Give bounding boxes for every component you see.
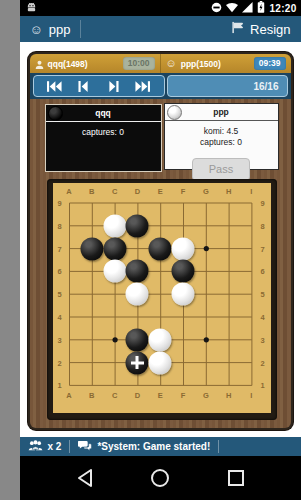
board-coordinate-label: F — [181, 391, 186, 400]
stone-D3[interactable] — [126, 328, 149, 351]
stone-E7[interactable] — [149, 237, 172, 260]
game-tab[interactable]: ☺ ppp — [20, 16, 81, 42]
move-counter: 16/16 — [253, 81, 278, 92]
stone-D8[interactable] — [126, 214, 149, 237]
board-coordinate-label: A — [66, 187, 71, 196]
pass-button[interactable]: Pass — [192, 158, 250, 181]
white-stone-icon — [167, 105, 182, 120]
wifi-icon — [226, 0, 238, 17]
white-captures: captures: 0 — [165, 137, 278, 148]
board-coordinate-label: 1 — [57, 381, 61, 390]
board-coordinate-label: C — [112, 391, 117, 400]
first-move-button[interactable] — [43, 76, 65, 96]
person-icon — [35, 55, 44, 73]
phone-screen: 12:20 ☺ ppp Resign qqq(1498) 10:00 — [20, 0, 301, 500]
board-coordinate-label: I — [250, 391, 252, 400]
game-board-frame: qqq(1498) 10:00 ☺ ppp(1500) 09:39 — [28, 52, 293, 430]
board-coordinate-label: 4 — [260, 313, 264, 322]
board-coordinate-label: D — [135, 391, 140, 400]
white-komi: komi: 4.5 — [165, 126, 278, 137]
board-coordinate-label: 5 — [57, 290, 61, 299]
spectators-button[interactable]: x 2 — [20, 437, 70, 456]
go-board[interactable]: AABBCCDDEEFFGGHHII998877665544332211 — [53, 183, 271, 413]
game-tab-label: ppp — [49, 22, 71, 37]
board-coordinate-label: H — [226, 391, 231, 400]
android-robot-icon — [26, 2, 37, 13]
stone-E3[interactable] — [149, 328, 172, 351]
next-move-button[interactable] — [102, 76, 124, 96]
flag-icon — [231, 20, 244, 38]
board-coordinate-label: B — [89, 187, 94, 196]
black-player-clock: 10:00 — [123, 57, 155, 70]
board-coordinate-label: 7 — [57, 244, 61, 253]
board-coordinate-label: 7 — [260, 244, 264, 253]
app-bar-divider — [80, 20, 81, 38]
android-status-bar: 12:20 — [20, 0, 301, 16]
board-coordinate-label: 2 — [260, 358, 264, 367]
board-coordinate-label: 4 — [57, 313, 61, 322]
chat-divider — [218, 440, 219, 453]
board-coordinate-label: E — [158, 187, 163, 196]
black-player-tab[interactable]: qqq(1498) 10:00 — [30, 54, 161, 73]
black-stone-icon — [48, 106, 63, 121]
white-card-title: ppp — [213, 107, 229, 117]
do-not-disturb-icon — [211, 0, 222, 17]
resign-button[interactable]: Resign — [221, 16, 300, 42]
stone-D5[interactable] — [126, 283, 149, 306]
board-coordinate-label: H — [226, 187, 231, 196]
goban-frame: AABBCCDDEEFFGGHHII998877665544332211 — [47, 179, 277, 420]
home-button[interactable] — [147, 465, 173, 491]
black-player-card: qqq captures: 0 — [45, 104, 162, 172]
recents-button[interactable] — [223, 465, 249, 491]
board-coordinate-label: 8 — [260, 221, 264, 230]
board-coordinate-label: G — [203, 391, 209, 400]
smiley-icon: ☺ — [166, 58, 177, 69]
board-coordinate-label: I — [250, 187, 252, 196]
black-captures: captures: 0 — [46, 127, 161, 138]
stone-C7[interactable] — [103, 237, 126, 260]
back-button[interactable] — [72, 465, 98, 491]
stone-D6[interactable] — [126, 260, 149, 283]
board-coordinate-label: 1 — [260, 381, 264, 390]
last-move-button[interactable] — [132, 76, 154, 96]
board-coordinate-label: A — [66, 391, 71, 400]
battery-charging-icon — [257, 0, 265, 17]
move-counter-panel: 16/16 — [167, 75, 288, 97]
system-message: *System: Game started! — [97, 441, 210, 452]
board-coordinate-label: 3 — [57, 335, 61, 344]
white-player-clock: 09:39 — [254, 57, 286, 70]
board-coordinate-label: 6 — [57, 267, 61, 276]
stone-F6[interactable] — [172, 260, 195, 283]
board-coordinate-label: 2 — [57, 358, 61, 367]
move-navigation-panel — [33, 75, 165, 97]
board-coordinate-label: 6 — [260, 267, 264, 276]
board-coordinate-label: 9 — [57, 199, 61, 208]
move-navigation-row: 16/16 — [30, 73, 291, 99]
resign-label: Resign — [250, 22, 290, 37]
wood-background: qqq captures: 0 ppp komi: 4.5 captures: … — [30, 99, 291, 428]
board-grid — [53, 183, 271, 413]
board-coordinate-label: 8 — [57, 221, 61, 230]
board-coordinate-label: G — [203, 187, 209, 196]
stone-B7[interactable] — [80, 237, 103, 260]
board-coordinate-label: 9 — [260, 199, 264, 208]
stone-C8[interactable] — [103, 214, 126, 237]
smiley-icon: ☺ — [30, 23, 43, 36]
player-clock-bar: qqq(1498) 10:00 ☺ ppp(1500) 09:39 — [30, 54, 291, 73]
stone-D2[interactable] — [126, 351, 149, 374]
app-bar: ☺ ppp Resign — [20, 16, 301, 42]
status-clock: 12:20 — [269, 3, 296, 14]
board-coordinate-label: B — [89, 391, 94, 400]
stone-C6[interactable] — [103, 260, 126, 283]
black-card-title: qqq — [95, 108, 111, 118]
board-coordinate-label: C — [112, 187, 117, 196]
board-coordinate-label: E — [158, 391, 163, 400]
white-card-header: ppp — [165, 104, 278, 121]
chat-message-button[interactable]: *System: Game started! — [70, 437, 218, 456]
black-card-header: qqq — [46, 105, 161, 122]
last-move-marker — [131, 356, 144, 369]
chat-bar: x 2 *System: Game started! — [20, 437, 301, 456]
board-coordinate-label: F — [181, 187, 186, 196]
stone-F5[interactable] — [172, 283, 195, 306]
white-player-card: ppp komi: 4.5 captures: 0 Pass — [164, 103, 279, 170]
board-coordinate-label: D — [135, 187, 140, 196]
stone-E2[interactable] — [149, 351, 172, 374]
board-coordinate-label: 5 — [260, 290, 264, 299]
white-player-name: ppp(1500) — [181, 59, 221, 69]
android-navigation-bar — [20, 456, 301, 500]
black-player-name: qqq(1498) — [48, 59, 88, 69]
chat-bubbles-icon — [78, 438, 92, 456]
spectator-count: x 2 — [48, 441, 62, 452]
cellular-signal-icon — [242, 0, 253, 17]
white-player-tab[interactable]: ☺ ppp(1500) 09:39 — [161, 54, 291, 73]
spectators-icon — [28, 438, 43, 456]
board-coordinate-label: 3 — [260, 335, 264, 344]
previous-move-button[interactable] — [73, 76, 95, 96]
stone-F7[interactable] — [172, 237, 195, 260]
